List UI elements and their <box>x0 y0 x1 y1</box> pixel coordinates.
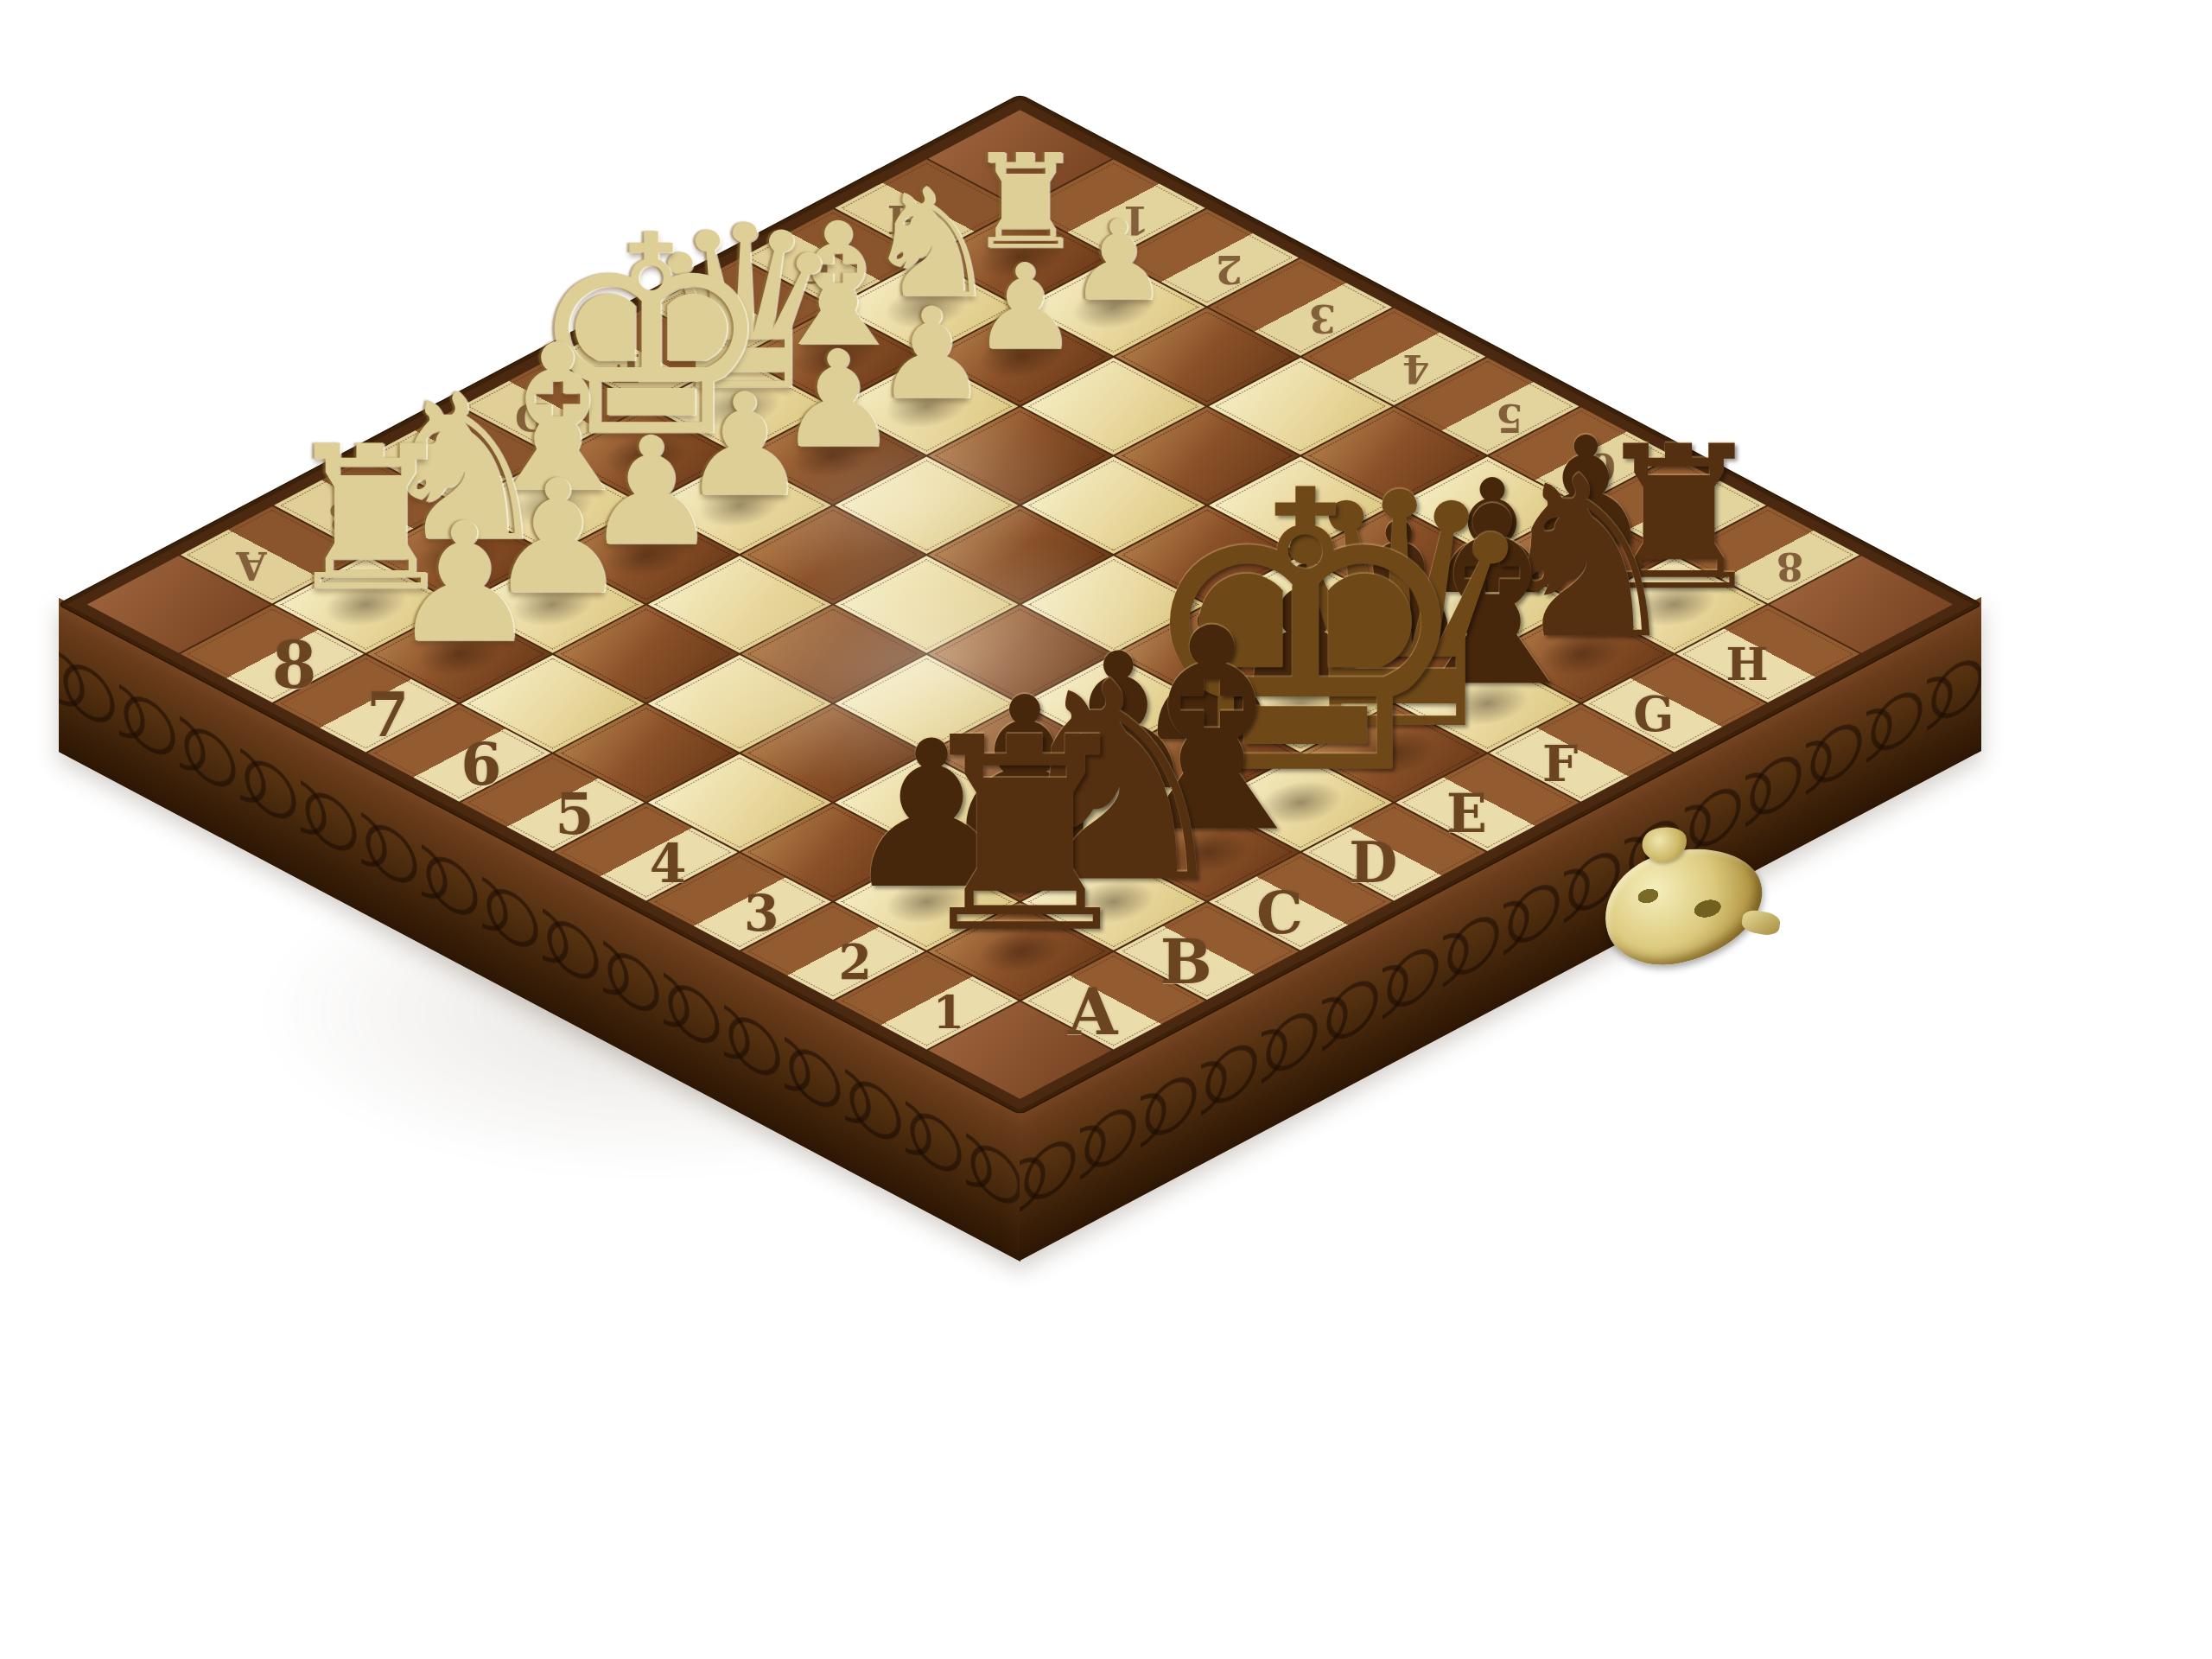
rank-label-text: 2 <box>838 935 871 991</box>
piece-white-pawn[interactable]: ♟ <box>1069 206 1168 316</box>
file-label-text: H <box>1726 639 1768 691</box>
square-a1[interactable]: ♜ <box>928 903 1111 1000</box>
file-label-text: F <box>1542 734 1578 793</box>
rank-label-text: 4 <box>1402 346 1429 391</box>
piece-black-rook[interactable]: ♜ <box>905 702 1144 969</box>
rank-label-text: 1 <box>933 986 964 1039</box>
rank-label-text: 2 <box>1216 246 1243 292</box>
piece-white-pawn[interactable]: ♟ <box>390 501 537 666</box>
brass-clasp-icon <box>1592 832 1775 978</box>
photo-scene: ABCDEFGH8♜♞♝♚♛♝♞♜17♟♟♟♟♟♟♟♟2635445362♟♟♟… <box>0 0 2212 1659</box>
rank-label-text: 8 <box>1777 543 1803 589</box>
file-label-text: G <box>1633 687 1674 743</box>
rank-label-text: 3 <box>1309 296 1336 341</box>
file-label-text: A <box>236 543 266 589</box>
